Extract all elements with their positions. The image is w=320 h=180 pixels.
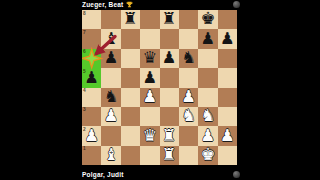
white-pawn-g2: ♟ (198, 126, 217, 145)
square-g2[interactable]: ♟ (198, 126, 217, 145)
square-h2[interactable]: ♟ (218, 126, 237, 145)
square-a1[interactable]: 1 (82, 146, 101, 165)
rank-label-5: 5 (83, 69, 86, 74)
square-d5[interactable]: ♟ (140, 68, 159, 87)
square-a3[interactable]: 3 (82, 107, 101, 126)
square-f2[interactable] (179, 126, 198, 145)
square-d3[interactable] (140, 107, 159, 126)
square-c4[interactable] (121, 88, 140, 107)
square-g3[interactable]: ♞ (198, 107, 217, 126)
white-rook-e1: ♜ (160, 146, 179, 165)
white-pawn-f4: ♟ (179, 88, 198, 107)
square-d7[interactable] (140, 29, 159, 48)
square-d8[interactable] (140, 10, 159, 29)
square-h7[interactable]: ♟ (218, 29, 237, 48)
square-b6[interactable]: ♟ (101, 49, 120, 68)
square-a7[interactable]: 7 (82, 29, 101, 48)
rank-label-3: 3 (83, 107, 86, 112)
square-d6[interactable]: ♛ (140, 49, 159, 68)
rank-label-8: 8 (83, 11, 86, 16)
square-a4[interactable]: 4 (82, 88, 101, 107)
square-g5[interactable] (198, 68, 217, 87)
black-queen-d6: ♛ (140, 49, 159, 68)
square-b4[interactable]: ♞ (101, 88, 120, 107)
square-h1[interactable] (218, 146, 237, 165)
square-e5[interactable] (160, 68, 179, 87)
square-e2[interactable]: ♜ (160, 126, 179, 145)
bottom-player-bar: Polgar, Judit (82, 170, 238, 179)
black-pawn-a5: ♟ (82, 68, 101, 87)
square-b5[interactable] (101, 68, 120, 87)
square-c7[interactable] (121, 29, 140, 48)
square-e6[interactable]: ♟ (160, 49, 179, 68)
square-a8[interactable]: 8 (82, 10, 101, 29)
square-f6[interactable]: ♞ (179, 49, 198, 68)
black-king-g8: ♚ (198, 10, 217, 29)
white-rook-e2: ♜ (160, 126, 179, 145)
square-g6[interactable] (198, 49, 217, 68)
black-pawn-e6: ♟ (160, 49, 179, 68)
bottom-player-name: Polgar, Judit (82, 171, 124, 178)
white-pawn-b3: ♟ (101, 107, 120, 126)
rank-label-6: 6 (83, 49, 86, 54)
black-pawn-h7: ♟ (218, 29, 237, 48)
square-c8[interactable]: ♜ (121, 10, 140, 29)
black-knight-b4: ♞ (101, 88, 120, 107)
square-b1[interactable]: ♝ (101, 146, 120, 165)
square-c5[interactable] (121, 68, 140, 87)
square-f5[interactable] (179, 68, 198, 87)
square-h6[interactable] (218, 49, 237, 68)
square-c6[interactable] (121, 49, 140, 68)
square-f1[interactable] (179, 146, 198, 165)
black-pawn-d5: ♟ (140, 68, 159, 87)
square-b8[interactable] (101, 10, 120, 29)
rank-label-1: 1 (83, 146, 86, 151)
square-f8[interactable] (179, 10, 198, 29)
black-knight-f6: ♞ (179, 49, 198, 68)
black-rook-e8: ♜ (160, 10, 179, 29)
square-g8[interactable]: ♚ (198, 10, 217, 29)
square-c1[interactable] (121, 146, 140, 165)
chess-board[interactable]: 8♜♜♚7♝♟♟6♟♛♟♞5♟♟4♞♟♟3♟♞♞2♟♛♜♟♟1♝♜♚ (82, 10, 237, 165)
square-e7[interactable] (160, 29, 179, 48)
square-b3[interactable]: ♟ (101, 107, 120, 126)
white-king-g1: ♚ (198, 146, 217, 165)
square-h4[interactable] (218, 88, 237, 107)
square-e8[interactable]: ♜ (160, 10, 179, 29)
square-h3[interactable] (218, 107, 237, 126)
square-b2[interactable] (101, 126, 120, 145)
black-bishop-b7: ♝ (101, 29, 120, 48)
square-f4[interactable]: ♟ (179, 88, 198, 107)
square-e4[interactable] (160, 88, 179, 107)
square-h5[interactable] (218, 68, 237, 87)
square-a6[interactable]: 6 (82, 49, 101, 68)
square-b7[interactable]: ♝ (101, 29, 120, 48)
white-pawn-d4: ♟ (140, 88, 159, 107)
square-g4[interactable] (198, 88, 217, 107)
white-knight-f3: ♞ (179, 107, 198, 126)
square-a5[interactable]: 5♟ (82, 68, 101, 87)
square-e3[interactable] (160, 107, 179, 126)
rank-label-2: 2 (83, 127, 86, 132)
trophy-icon (126, 1, 133, 8)
black-rook-c8: ♜ (121, 10, 140, 29)
top-player-bar: Zueger, Beat (82, 0, 238, 9)
top-status-icon[interactable] (233, 1, 240, 8)
black-pawn-b6: ♟ (101, 49, 120, 68)
square-h8[interactable] (218, 10, 237, 29)
white-queen-d2: ♛ (140, 126, 159, 145)
rank-label-4: 4 (83, 88, 86, 93)
black-pawn-g7: ♟ (198, 29, 217, 48)
square-d4[interactable]: ♟ (140, 88, 159, 107)
rank-label-7: 7 (83, 30, 86, 35)
square-d1[interactable] (140, 146, 159, 165)
white-pawn-a2: ♟ (82, 126, 101, 145)
top-player-name: Zueger, Beat (82, 1, 123, 8)
white-bishop-b1: ♝ (101, 146, 120, 165)
square-g1[interactable]: ♚ (198, 146, 217, 165)
square-f3[interactable]: ♞ (179, 107, 198, 126)
white-pawn-h2: ♟ (218, 126, 237, 145)
square-d2[interactable]: ♛ (140, 126, 159, 145)
chess-app-screen: Zueger, Beat 8♜♜♚7♝♟♟6♟♛♟♞5♟♟4♞♟♟3♟♞♞2♟♛… (0, 0, 320, 180)
bottom-status-icon[interactable] (233, 171, 240, 178)
square-a2[interactable]: 2♟ (82, 126, 101, 145)
square-c2[interactable] (121, 126, 140, 145)
square-c3[interactable] (121, 107, 140, 126)
white-knight-g3: ♞ (198, 107, 217, 126)
square-e1[interactable]: ♜ (160, 146, 179, 165)
square-f7[interactable] (179, 29, 198, 48)
square-g7[interactable]: ♟ (198, 29, 217, 48)
